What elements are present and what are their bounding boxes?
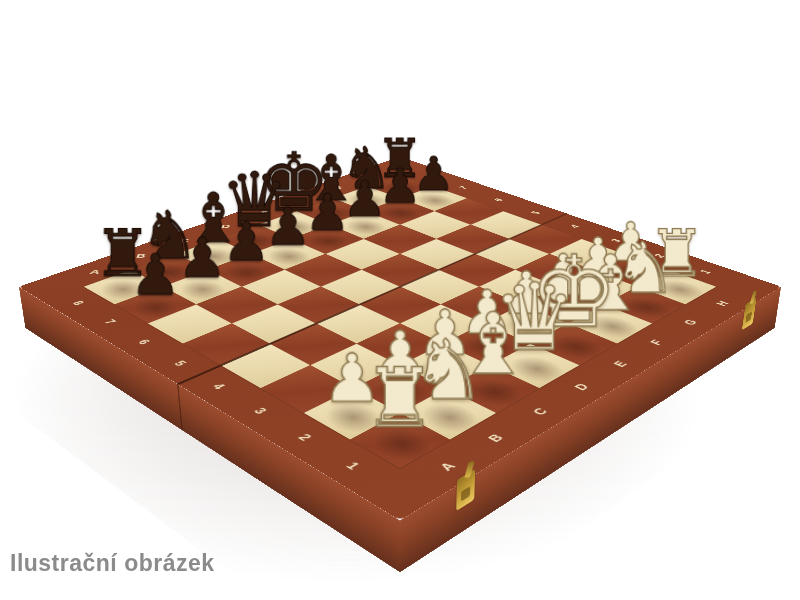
file-label-D-near: D (562, 377, 599, 396)
file-label-A-near: A (426, 454, 467, 478)
file-label-B-near: B (475, 426, 515, 448)
fold-seam-side (177, 384, 183, 431)
board-scene: AA11BB22CC33DD44EE55FF66GG77HH88♜♞♝♛♚♝♞♜… (0, 0, 800, 600)
folding-chess-box: AA11BB22CC33DD44EE55FF66GG77HH88♜♞♝♛♚♝♞♜… (25, 191, 775, 573)
file-label-G-near: G (673, 314, 707, 330)
product-photo: AA11BB22CC33DD44EE55FF66GG77HH88♜♞♝♛♚♝♞♜… (0, 0, 800, 600)
file-label-H-near: H (705, 296, 738, 311)
piece-black-pawn[interactable]: ♟ (103, 246, 208, 305)
rank-label-6-near: 6 (127, 334, 162, 351)
rank-label-1-near: 1 (332, 454, 373, 478)
file-label-C-near: C (520, 401, 558, 421)
file-label-F-near: F (638, 334, 673, 351)
rank-label-2-near: 2 (285, 426, 325, 448)
rank-label-8-near: 8 (62, 296, 95, 311)
rank-label-4-near: 4 (201, 377, 238, 396)
rank-label-7-near: 7 (94, 314, 128, 330)
rank-label-6-far: 6 (484, 195, 511, 205)
rank-label-5-near: 5 (162, 355, 198, 373)
piece-white-rook[interactable]: ♜ (336, 355, 464, 440)
caption-text: Ilustrační obrázek (10, 550, 215, 577)
file-label-E-near: E (602, 355, 638, 373)
rank-label-3-near: 3 (241, 401, 279, 421)
rank-label-5-far: 5 (521, 207, 549, 218)
